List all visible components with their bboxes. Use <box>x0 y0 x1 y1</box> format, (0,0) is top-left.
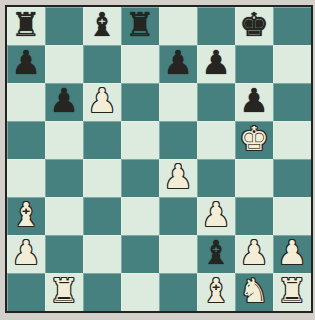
square-b6[interactable]: ♟ <box>45 83 83 121</box>
square-e6[interactable] <box>159 83 197 121</box>
square-c3[interactable] <box>83 197 121 235</box>
piece-white-pawn: ♟ <box>163 158 193 196</box>
square-h1[interactable]: ♜ <box>273 273 311 311</box>
square-c5[interactable] <box>83 121 121 159</box>
square-c6[interactable]: ♟ <box>83 83 121 121</box>
piece-black-rook: ♜ <box>11 6 41 44</box>
piece-white-pawn: ♟ <box>201 196 231 234</box>
square-d2[interactable] <box>121 235 159 273</box>
square-c8[interactable]: ♝ <box>83 7 121 45</box>
square-b4[interactable] <box>45 159 83 197</box>
piece-white-pawn: ♟ <box>11 234 41 272</box>
square-h3[interactable] <box>273 197 311 235</box>
square-e4[interactable]: ♟ <box>159 159 197 197</box>
piece-white-bishop: ♝ <box>11 196 41 234</box>
square-b5[interactable] <box>45 121 83 159</box>
square-a7[interactable]: ♟ <box>7 45 45 83</box>
square-c2[interactable] <box>83 235 121 273</box>
square-b8[interactable] <box>45 7 83 45</box>
square-d1[interactable] <box>121 273 159 311</box>
piece-white-king: ♚ <box>239 120 269 158</box>
square-e8[interactable] <box>159 7 197 45</box>
piece-black-pawn: ♟ <box>239 82 269 120</box>
piece-white-bishop: ♝ <box>201 272 231 310</box>
chess-board: ♜♝♜♚♟♟♟♟♟♟♚♟♝♟♟♝♟♟♜♝♞♜ <box>7 7 311 311</box>
square-f7[interactable]: ♟ <box>197 45 235 83</box>
square-b1[interactable]: ♜ <box>45 273 83 311</box>
piece-black-rook: ♜ <box>125 6 155 44</box>
square-e3[interactable] <box>159 197 197 235</box>
square-b3[interactable] <box>45 197 83 235</box>
square-f4[interactable] <box>197 159 235 197</box>
piece-white-knight: ♞ <box>239 272 269 310</box>
square-c7[interactable] <box>83 45 121 83</box>
square-g3[interactable] <box>235 197 273 235</box>
square-e7[interactable]: ♟ <box>159 45 197 83</box>
square-g1[interactable]: ♞ <box>235 273 273 311</box>
square-c4[interactable] <box>83 159 121 197</box>
square-a8[interactable]: ♜ <box>7 7 45 45</box>
square-f3[interactable]: ♟ <box>197 197 235 235</box>
square-d4[interactable] <box>121 159 159 197</box>
piece-black-king: ♚ <box>239 6 269 44</box>
square-a2[interactable]: ♟ <box>7 235 45 273</box>
square-d3[interactable] <box>121 197 159 235</box>
square-g5[interactable]: ♚ <box>235 121 273 159</box>
square-a6[interactable] <box>7 83 45 121</box>
piece-black-pawn: ♟ <box>49 82 79 120</box>
piece-black-bishop: ♝ <box>87 6 117 44</box>
square-g4[interactable] <box>235 159 273 197</box>
square-d6[interactable] <box>121 83 159 121</box>
square-a5[interactable] <box>7 121 45 159</box>
square-f6[interactable] <box>197 83 235 121</box>
square-b7[interactable] <box>45 45 83 83</box>
piece-white-pawn: ♟ <box>277 234 307 272</box>
piece-black-pawn: ♟ <box>201 44 231 82</box>
square-f2[interactable]: ♝ <box>197 235 235 273</box>
square-g8[interactable]: ♚ <box>235 7 273 45</box>
square-b2[interactable] <box>45 235 83 273</box>
piece-white-rook: ♜ <box>277 272 307 310</box>
square-e5[interactable] <box>159 121 197 159</box>
square-f5[interactable] <box>197 121 235 159</box>
square-a1[interactable] <box>7 273 45 311</box>
piece-white-pawn: ♟ <box>87 82 117 120</box>
square-e2[interactable] <box>159 235 197 273</box>
square-g7[interactable] <box>235 45 273 83</box>
square-h4[interactable] <box>273 159 311 197</box>
square-d8[interactable]: ♜ <box>121 7 159 45</box>
square-d5[interactable] <box>121 121 159 159</box>
square-h5[interactable] <box>273 121 311 159</box>
piece-white-pawn: ♟ <box>239 234 269 272</box>
square-h6[interactable] <box>273 83 311 121</box>
piece-black-pawn: ♟ <box>163 44 193 82</box>
square-h7[interactable] <box>273 45 311 83</box>
square-g2[interactable]: ♟ <box>235 235 273 273</box>
piece-white-rook: ♜ <box>49 272 79 310</box>
square-h8[interactable] <box>273 7 311 45</box>
square-c1[interactable] <box>83 273 121 311</box>
square-g6[interactable]: ♟ <box>235 83 273 121</box>
square-h2[interactable]: ♟ <box>273 235 311 273</box>
piece-black-bishop: ♝ <box>201 234 231 272</box>
square-d7[interactable] <box>121 45 159 83</box>
square-f1[interactable]: ♝ <box>197 273 235 311</box>
chess-board-frame: ♜♝♜♚♟♟♟♟♟♟♚♟♝♟♟♝♟♟♜♝♞♜ <box>5 5 313 313</box>
square-e1[interactable] <box>159 273 197 311</box>
square-f8[interactable] <box>197 7 235 45</box>
piece-black-pawn: ♟ <box>11 44 41 82</box>
square-a4[interactable] <box>7 159 45 197</box>
square-a3[interactable]: ♝ <box>7 197 45 235</box>
